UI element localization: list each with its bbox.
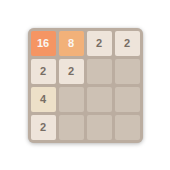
empty-cell (115, 115, 140, 140)
tile-2: 2 (115, 31, 140, 56)
page-background: 168222242 (0, 0, 170, 170)
empty-cell (87, 87, 112, 112)
tile-2: 2 (31, 115, 56, 140)
tile-4: 4 (31, 87, 56, 112)
tile-2: 2 (87, 31, 112, 56)
game-board-2048[interactable]: 168222242 (28, 28, 143, 143)
empty-cell (87, 115, 112, 140)
empty-cell (115, 59, 140, 84)
empty-cell (87, 59, 112, 84)
tile-16: 16 (31, 31, 56, 56)
tile-2: 2 (31, 59, 56, 84)
tile-2: 2 (59, 59, 84, 84)
empty-cell (115, 87, 140, 112)
empty-cell (59, 115, 84, 140)
empty-cell (59, 87, 84, 112)
tile-8: 8 (59, 31, 84, 56)
